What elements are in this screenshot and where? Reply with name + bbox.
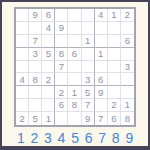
cell-r1c2[interactable]: 9: [29, 9, 42, 22]
cell-r1c3[interactable]: 6: [42, 9, 55, 22]
cell-r7c8[interactable]: [108, 86, 121, 99]
numpad-key-9[interactable]: 9: [123, 131, 137, 145]
cell-r8c6[interactable]: 7: [82, 99, 95, 112]
cell-r2c7[interactable]: [95, 22, 108, 35]
numpad-key-7[interactable]: 7: [95, 131, 109, 145]
cell-r7c5[interactable]: 1: [68, 86, 81, 99]
cell-r8c2[interactable]: [29, 99, 42, 112]
cell-r4c3[interactable]: 5: [42, 48, 55, 61]
cell-r3c9[interactable]: 6: [121, 35, 134, 48]
cell-r6c7[interactable]: 6: [95, 73, 108, 86]
numpad-key-1[interactable]: 1: [14, 131, 28, 145]
cell-r3c8[interactable]: [108, 35, 121, 48]
sudoku-board: 96412497163586173482362159687212519768: [14, 7, 136, 127]
cell-r4c7[interactable]: 1: [95, 48, 108, 61]
cell-r9c7[interactable]: 7: [95, 112, 108, 125]
numpad-key-4[interactable]: 4: [55, 131, 69, 145]
cell-r9c9[interactable]: 8: [121, 112, 134, 125]
cell-r6c4[interactable]: [55, 73, 68, 86]
cell-r3c2[interactable]: 7: [29, 35, 42, 48]
cell-r1c9[interactable]: 2: [121, 9, 134, 22]
cell-r2c8[interactable]: [108, 22, 121, 35]
cell-r5c5[interactable]: [68, 61, 81, 74]
cell-r4c8[interactable]: [108, 48, 121, 61]
cell-r1c5[interactable]: [68, 9, 81, 22]
cell-r9c5[interactable]: [68, 112, 81, 125]
cell-r7c3[interactable]: [42, 86, 55, 99]
cell-r2c2[interactable]: [29, 22, 42, 35]
cell-r8c4[interactable]: 6: [55, 99, 68, 112]
cell-r4c9[interactable]: [121, 48, 134, 61]
cell-r3c5[interactable]: [68, 35, 81, 48]
cell-r6c5[interactable]: [68, 73, 81, 86]
cell-r3c1[interactable]: [16, 35, 29, 48]
cell-r5c3[interactable]: [42, 61, 55, 74]
cell-r4c4[interactable]: 8: [55, 48, 68, 61]
cell-r7c4[interactable]: 2: [55, 86, 68, 99]
cell-r1c7[interactable]: 4: [95, 9, 108, 22]
cell-r9c2[interactable]: 5: [29, 112, 42, 125]
cell-r7c2[interactable]: [29, 86, 42, 99]
app-frame: 96412497163586173482362159687212519768 1…: [0, 0, 150, 150]
cell-r6c6[interactable]: 3: [82, 73, 95, 86]
cell-r4c1[interactable]: [16, 48, 29, 61]
cell-r9c8[interactable]: 6: [108, 112, 121, 125]
cell-r7c9[interactable]: [121, 86, 134, 99]
cell-r6c1[interactable]: 4: [16, 73, 29, 86]
cell-r2c1[interactable]: [16, 22, 29, 35]
cell-r5c1[interactable]: [16, 61, 29, 74]
cell-r2c5[interactable]: [68, 22, 81, 35]
cell-r3c7[interactable]: [95, 35, 108, 48]
cell-r4c5[interactable]: 6: [68, 48, 81, 61]
cell-r8c1[interactable]: [16, 99, 29, 112]
cell-r5c4[interactable]: 7: [55, 61, 68, 74]
cell-r9c6[interactable]: 9: [82, 112, 95, 125]
cell-r9c1[interactable]: 2: [16, 112, 29, 125]
cell-r3c4[interactable]: [55, 35, 68, 48]
cell-r1c6[interactable]: [82, 9, 95, 22]
cell-r6c2[interactable]: 8: [29, 73, 42, 86]
cell-r9c4[interactable]: [55, 112, 68, 125]
cell-r2c6[interactable]: [82, 22, 95, 35]
cell-r6c8[interactable]: [108, 73, 121, 86]
numpad-key-3[interactable]: 3: [41, 131, 55, 145]
cell-r5c8[interactable]: [108, 61, 121, 74]
cell-r7c1[interactable]: [16, 86, 29, 99]
cell-r8c9[interactable]: 1: [121, 99, 134, 112]
cell-r5c2[interactable]: [29, 61, 42, 74]
number-select-bar: 123456789: [14, 130, 136, 146]
cell-r8c7[interactable]: [95, 99, 108, 112]
cell-r9c3[interactable]: 1: [42, 112, 55, 125]
cell-r7c6[interactable]: 5: [82, 86, 95, 99]
cell-r2c9[interactable]: [121, 22, 134, 35]
cell-r1c8[interactable]: 1: [108, 9, 121, 22]
numpad-key-6[interactable]: 6: [82, 131, 96, 145]
cell-r7c7[interactable]: 9: [95, 86, 108, 99]
cell-r6c9[interactable]: [121, 73, 134, 86]
cell-r1c4[interactable]: [55, 9, 68, 22]
numpad-key-5[interactable]: 5: [68, 131, 82, 145]
cell-r3c3[interactable]: [42, 35, 55, 48]
cell-r3c6[interactable]: 1: [82, 35, 95, 48]
cell-r5c7[interactable]: [95, 61, 108, 74]
cell-r4c2[interactable]: 3: [29, 48, 42, 61]
cell-r5c9[interactable]: 3: [121, 61, 134, 74]
cell-r6c3[interactable]: 2: [42, 73, 55, 86]
cell-r2c4[interactable]: 9: [55, 22, 68, 35]
cell-r8c5[interactable]: 8: [68, 99, 81, 112]
cell-r2c3[interactable]: 4: [42, 22, 55, 35]
numpad-key-8[interactable]: 8: [109, 131, 123, 145]
cell-r5c6[interactable]: [82, 61, 95, 74]
cell-r8c8[interactable]: 2: [108, 99, 121, 112]
cell-r4c6[interactable]: [82, 48, 95, 61]
cell-r1c1[interactable]: [16, 9, 29, 22]
numpad-key-2[interactable]: 2: [28, 131, 42, 145]
cell-r8c3[interactable]: [42, 99, 55, 112]
